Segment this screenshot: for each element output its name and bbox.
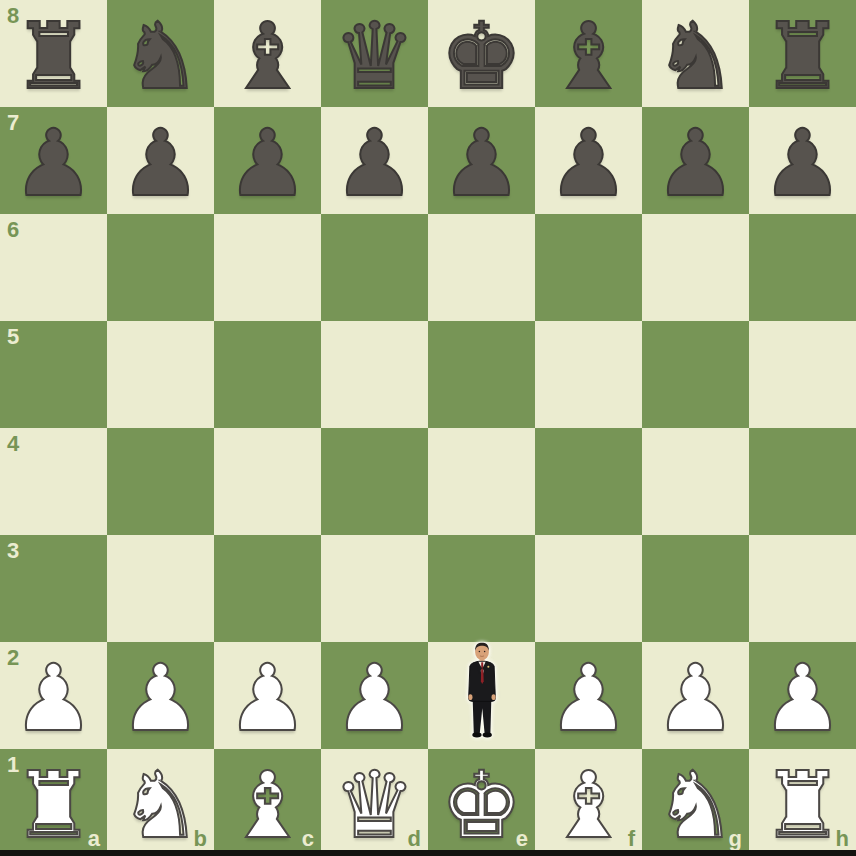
square-b1[interactable]: b♞: [107, 749, 214, 856]
square-g7[interactable]: ♟: [642, 107, 749, 214]
square-a7[interactable]: 7♟: [0, 107, 107, 214]
square-a5[interactable]: 5: [0, 321, 107, 428]
white-bishop-piece[interactable]: ♝: [214, 749, 321, 856]
person-in-suit-figure-svg: [454, 641, 510, 744]
square-h8[interactable]: ♜: [749, 0, 856, 107]
square-e6[interactable]: [428, 214, 535, 321]
square-f6[interactable]: [535, 214, 642, 321]
square-c5[interactable]: [214, 321, 321, 428]
white-bishop-piece[interactable]: ♝: [535, 749, 642, 856]
black-pawn-piece[interactable]: ♟: [535, 107, 642, 214]
square-e4[interactable]: [428, 428, 535, 535]
rank-label-5: 5: [7, 326, 19, 348]
black-pawn-piece[interactable]: ♟: [107, 107, 214, 214]
square-g6[interactable]: [642, 214, 749, 321]
black-king-piece[interactable]: ♚: [428, 0, 535, 107]
black-bishop-piece[interactable]: ♝: [214, 0, 321, 107]
square-a4[interactable]: 4: [0, 428, 107, 535]
square-e1[interactable]: e♚: [428, 749, 535, 856]
square-f4[interactable]: [535, 428, 642, 535]
rank-label-4: 4: [7, 433, 19, 455]
square-d7[interactable]: ♟: [321, 107, 428, 214]
square-c4[interactable]: [214, 428, 321, 535]
black-rook-piece[interactable]: ♜: [749, 0, 856, 107]
square-b5[interactable]: [107, 321, 214, 428]
black-pawn-piece[interactable]: ♟: [428, 107, 535, 214]
square-a2[interactable]: 2♟: [0, 642, 107, 749]
square-h5[interactable]: [749, 321, 856, 428]
white-rook-piece[interactable]: ♜: [749, 749, 856, 856]
person-in-suit-figure[interactable]: [428, 642, 535, 749]
black-rook-piece[interactable]: ♜: [0, 0, 107, 107]
square-b6[interactable]: [107, 214, 214, 321]
white-pawn-piece[interactable]: ♟: [642, 642, 749, 749]
square-b7[interactable]: ♟: [107, 107, 214, 214]
chess-board: 8♜♞♝♛♚♝♞♜7♟♟♟♟♟♟♟♟65432♟♟♟♟ ♟♟♟1a♜b♞c♝d♛…: [0, 0, 856, 856]
square-f7[interactable]: ♟: [535, 107, 642, 214]
square-g4[interactable]: [642, 428, 749, 535]
black-bishop-piece[interactable]: ♝: [535, 0, 642, 107]
square-d1[interactable]: d♛: [321, 749, 428, 856]
square-c1[interactable]: c♝: [214, 749, 321, 856]
black-knight-piece[interactable]: ♞: [642, 0, 749, 107]
square-g2[interactable]: ♟: [642, 642, 749, 749]
white-knight-piece[interactable]: ♞: [642, 749, 749, 856]
square-e3[interactable]: [428, 535, 535, 642]
rank-label-6: 6: [7, 219, 19, 241]
square-e5[interactable]: [428, 321, 535, 428]
square-h7[interactable]: ♟: [749, 107, 856, 214]
square-h4[interactable]: [749, 428, 856, 535]
black-pawn-piece[interactable]: ♟: [0, 107, 107, 214]
square-c2[interactable]: ♟: [214, 642, 321, 749]
square-g1[interactable]: g♞: [642, 749, 749, 856]
square-d8[interactable]: ♛: [321, 0, 428, 107]
bottom-edge-bar: [0, 850, 856, 856]
white-rook-piece[interactable]: ♜: [0, 749, 107, 856]
square-a8[interactable]: 8♜: [0, 0, 107, 107]
square-g3[interactable]: [642, 535, 749, 642]
black-knight-piece[interactable]: ♞: [107, 0, 214, 107]
square-c3[interactable]: [214, 535, 321, 642]
square-b2[interactable]: ♟: [107, 642, 214, 749]
square-h3[interactable]: [749, 535, 856, 642]
white-pawn-piece[interactable]: ♟: [107, 642, 214, 749]
square-d3[interactable]: [321, 535, 428, 642]
black-pawn-piece[interactable]: ♟: [321, 107, 428, 214]
white-queen-piece[interactable]: ♛: [321, 749, 428, 856]
square-f5[interactable]: [535, 321, 642, 428]
black-queen-piece[interactable]: ♛: [321, 0, 428, 107]
square-e2[interactable]: [428, 642, 535, 749]
square-e7[interactable]: ♟: [428, 107, 535, 214]
square-c7[interactable]: ♟: [214, 107, 321, 214]
white-pawn-piece[interactable]: ♟: [749, 642, 856, 749]
rank-label-3: 3: [7, 540, 19, 562]
square-a6[interactable]: 6: [0, 214, 107, 321]
black-pawn-piece[interactable]: ♟: [642, 107, 749, 214]
square-d6[interactable]: [321, 214, 428, 321]
square-b3[interactable]: [107, 535, 214, 642]
square-f2[interactable]: ♟: [535, 642, 642, 749]
square-b4[interactable]: [107, 428, 214, 535]
square-c6[interactable]: [214, 214, 321, 321]
square-d4[interactable]: [321, 428, 428, 535]
square-f1[interactable]: f♝: [535, 749, 642, 856]
square-c8[interactable]: ♝: [214, 0, 321, 107]
square-f8[interactable]: ♝: [535, 0, 642, 107]
square-b8[interactable]: ♞: [107, 0, 214, 107]
black-pawn-piece[interactable]: ♟: [749, 107, 856, 214]
square-h6[interactable]: [749, 214, 856, 321]
square-d5[interactable]: [321, 321, 428, 428]
square-g8[interactable]: ♞: [642, 0, 749, 107]
square-f3[interactable]: [535, 535, 642, 642]
white-pawn-piece[interactable]: ♟: [321, 642, 428, 749]
white-knight-piece[interactable]: ♞: [107, 749, 214, 856]
square-g5[interactable]: [642, 321, 749, 428]
white-pawn-piece[interactable]: ♟: [0, 642, 107, 749]
square-d2[interactable]: ♟: [321, 642, 428, 749]
white-pawn-piece[interactable]: ♟: [535, 642, 642, 749]
black-pawn-piece[interactable]: ♟: [214, 107, 321, 214]
white-king-piece[interactable]: ♚: [428, 749, 535, 856]
square-e8[interactable]: ♚: [428, 0, 535, 107]
square-a3[interactable]: 3: [0, 535, 107, 642]
square-h2[interactable]: ♟: [749, 642, 856, 749]
square-a1[interactable]: 1a♜: [0, 749, 107, 856]
square-h1[interactable]: h♜: [749, 749, 856, 856]
white-pawn-piece[interactable]: ♟: [214, 642, 321, 749]
